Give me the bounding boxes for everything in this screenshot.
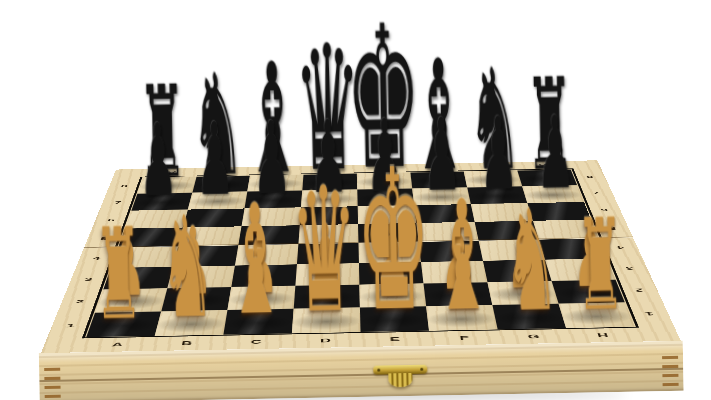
square-e1[interactable]: ♚ <box>360 306 429 332</box>
latch-knob <box>388 373 412 387</box>
piece-white-knight-g1[interactable]: ♞ <box>503 190 559 331</box>
piece-white-bishop-f1[interactable]: ♝ <box>432 181 493 334</box>
piece-white-rook-a1[interactable]: ♜ <box>93 211 144 337</box>
chess-set-photo: ABCDEFGH8♜♞♝♛♚♝♞♜87♟♟♟♟♟♟♟♟7665544332♟♟♟… <box>0 0 711 400</box>
square-c1[interactable]: ♝ <box>223 309 293 335</box>
piece-white-bishop-c1[interactable]: ♝ <box>225 185 286 338</box>
frame-corner <box>635 326 681 341</box>
latch-screw <box>377 369 380 372</box>
piece-white-king-e1[interactable]: ♚ <box>354 143 432 339</box>
piece-white-queen-d1[interactable]: ♛ <box>290 165 359 338</box>
finger-joint-right <box>662 356 679 386</box>
box-lid-seam <box>39 368 683 382</box>
finger-joint-left <box>44 368 61 398</box>
brass-latch <box>373 365 427 388</box>
photo-scene: ABCDEFGH8♜♞♝♛♚♝♞♜87♟♟♟♟♟♟♟♟7665544332♟♟♟… <box>0 0 711 400</box>
square-f1[interactable]: ♝ <box>426 305 497 331</box>
latch-screw <box>420 368 423 371</box>
piece-white-knight-b1[interactable]: ♞ <box>159 197 215 338</box>
square-d1[interactable]: ♛ <box>292 308 361 334</box>
piece-white-rook-h1[interactable]: ♜ <box>575 202 626 328</box>
frame-corner <box>41 337 86 353</box>
chess-board: ABCDEFGH8♜♞♝♛♚♝♞♜87♟♟♟♟♟♟♟♟7665544332♟♟♟… <box>41 160 681 353</box>
